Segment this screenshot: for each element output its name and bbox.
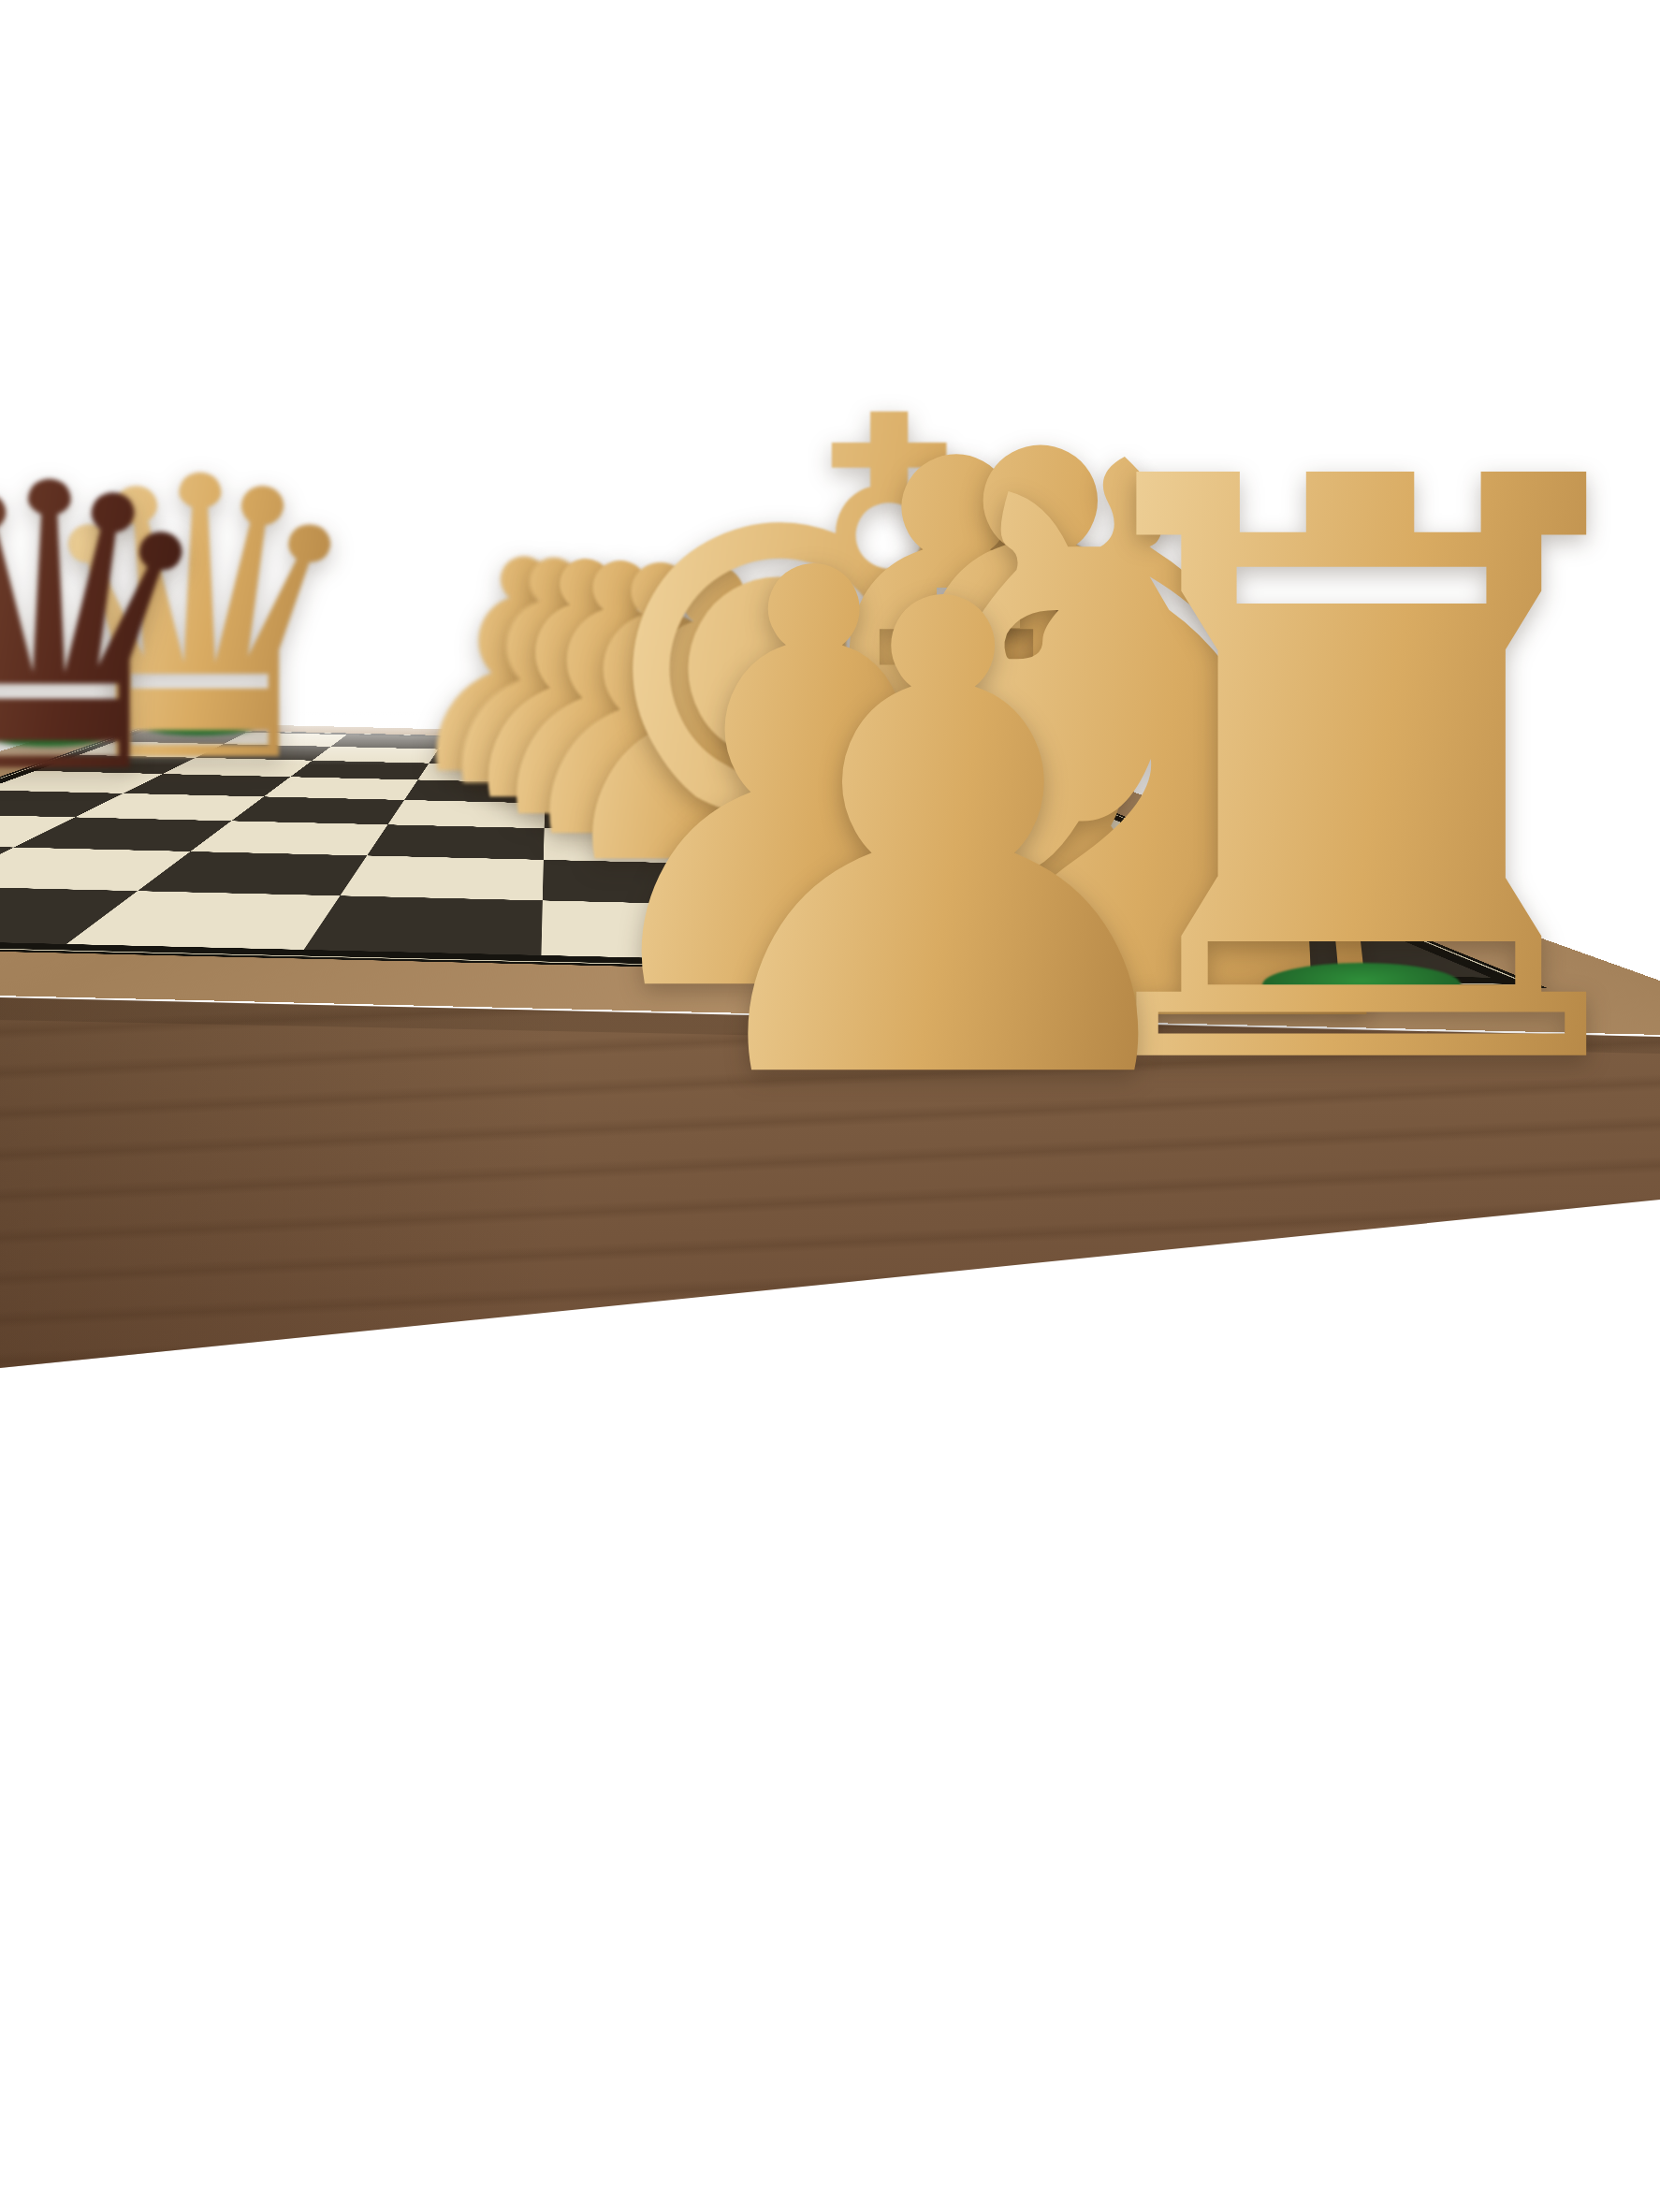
black-queen-glyph: ♛ bbox=[0, 433, 226, 828]
piece-white-pawn-8[interactable]: ♟ bbox=[668, 546, 1219, 1026]
product-photo-canvas: ♛♛♟♟♟♟♟♟♚♝♝♟♞♟♜ bbox=[0, 0, 1660, 2212]
pieces-layer: ♛♛♟♟♟♟♟♟♚♝♝♟♞♟♜ bbox=[0, 0, 1660, 2212]
white-pawn-glyph: ♟ bbox=[651, 518, 1235, 1170]
piece-black-queen[interactable]: ♛ bbox=[0, 451, 216, 741]
